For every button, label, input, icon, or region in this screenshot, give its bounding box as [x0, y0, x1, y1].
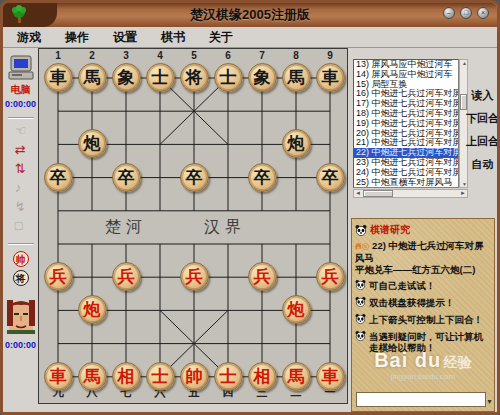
- red-king-badge[interactable]: 帅: [13, 251, 29, 267]
- move-list-item-24[interactable]: 24) 中炮进七兵过河车对屏风马: [354, 168, 458, 178]
- watermark-brand: Bai du: [374, 349, 441, 371]
- scroll-right-arrow[interactable]: ►: [459, 190, 467, 197]
- panda-icon: [355, 297, 366, 307]
- tip-3: 上下箭头可控制上下回合！: [355, 314, 491, 325]
- left-toolbar: 电脑 0:00:00 ☜⇄⇅♪↯□ 帅 将 0:00:00: [3, 49, 38, 415]
- black-king-badge[interactable]: 将: [13, 270, 29, 286]
- undo-hand-icon[interactable]: ☜: [15, 121, 27, 140]
- board-cell: 卒: [245, 161, 279, 194]
- board-cell: 象: [245, 61, 279, 94]
- move-list-item-23[interactable]: 23) 中炮进七兵过河车对屏风马: [354, 158, 458, 168]
- app-window: 楚汉棋缘2005注册版 –□× 游戏操作设置棋书关于 电脑 0:00:00 ☜⇄…: [0, 0, 500, 415]
- board-cell: 車: [313, 61, 347, 94]
- black-piece-c[interactable]: 炮: [78, 129, 107, 158]
- red-piece-R[interactable]: 車: [316, 362, 345, 391]
- board-cell: 士: [143, 61, 177, 94]
- menu-item-2[interactable]: 操作: [61, 28, 93, 47]
- board-cell: 将: [177, 61, 211, 94]
- board-cell: 馬: [279, 61, 313, 94]
- file-label-top-9: 9: [321, 50, 339, 61]
- watermark-url: jingyan.baidu.com: [352, 372, 494, 381]
- file-label-top-1: 1: [49, 50, 67, 61]
- red-piece-A[interactable]: 士: [214, 362, 243, 391]
- black-piece-a[interactable]: 士: [214, 63, 243, 92]
- move-list-item-19[interactable]: 19) 中炮进七兵过河车对屏风马: [354, 119, 458, 129]
- board-cell: 車: [313, 360, 347, 393]
- red-piece-C[interactable]: 炮: [78, 295, 107, 324]
- board-cell: 士: [211, 360, 245, 393]
- black-piece-a[interactable]: 士: [146, 63, 175, 92]
- horizontal-scrollbar[interactable]: ◄ ►: [353, 189, 468, 198]
- title-bar: 楚汉棋缘2005注册版 –□×: [3, 3, 497, 27]
- move-list-item-21[interactable]: 21) 中炮进七兵过河车对屏风马: [354, 138, 458, 148]
- black-piece-k[interactable]: 将: [180, 63, 209, 92]
- board-cell: 兵: [41, 260, 75, 293]
- board-cell: 馬: [75, 61, 109, 94]
- red-piece-N[interactable]: 馬: [78, 362, 107, 391]
- black-piece-b[interactable]: 象: [248, 63, 277, 92]
- file-label-top-3: 3: [117, 50, 135, 61]
- move-list-item-22[interactable]: 22) 中炮进七兵过河车对屏风马: [354, 148, 458, 158]
- board-cell: 馬: [279, 360, 313, 393]
- black-piece-r[interactable]: 車: [316, 63, 345, 92]
- baidu-watermark: Bai du 经验 jingyan.baidu.com: [352, 349, 494, 381]
- control-buttons: 读入 下回合 上回合 自动: [468, 88, 497, 172]
- board-cell: 兵: [245, 260, 279, 293]
- right-panel: 13) 屏风马应中炮过河车14) 屏风马应中炮过河车15) 局型互换16) 中炮…: [348, 48, 497, 415]
- file-label-top-2: 2: [83, 50, 101, 61]
- file-label-top-8: 8: [287, 50, 305, 61]
- black-piece-p[interactable]: 卒: [316, 163, 345, 192]
- move-input-box[interactable]: [356, 392, 486, 407]
- board-cell: 卒: [177, 161, 211, 194]
- red-piece-P[interactable]: 兵: [112, 262, 141, 291]
- board-cell: 帥: [177, 360, 211, 393]
- move-list-item-17[interactable]: 17) 中炮进七兵过河车对屏风马: [354, 99, 458, 109]
- black-piece-p[interactable]: 卒: [180, 163, 209, 192]
- menu-item-5[interactable]: 关于: [205, 28, 237, 47]
- file-label-top-5: 5: [185, 50, 203, 61]
- commentary-header: 棋谱研究: [370, 223, 410, 237]
- piece-grid: 車馬象士将士象馬車炮炮卒卒卒卒卒兵兵兵兵兵炮炮車馬相士帥士相馬車: [41, 61, 347, 393]
- board-cell: 兵: [177, 260, 211, 293]
- red-piece-B[interactable]: 相: [112, 362, 141, 391]
- updown-moves-icon[interactable]: ⇅: [15, 159, 27, 178]
- black-piece-b[interactable]: 象: [112, 63, 141, 92]
- xiangqi-board[interactable]: 123456789 九八七六五四三二一 楚河 汉界 車馬象士将士象馬車炮炮卒卒卒…: [38, 48, 348, 404]
- board-cell: 炮: [279, 293, 313, 326]
- file-label-top-4: 4: [151, 50, 169, 61]
- scroll-left-arrow[interactable]: ◄: [354, 190, 362, 197]
- tip-text: 可自己走试试！: [369, 280, 436, 291]
- lightning-icon[interactable]: ↯: [15, 197, 27, 216]
- board-cell: 車: [41, 360, 75, 393]
- menu-item-4[interactable]: 棋书: [157, 28, 189, 47]
- black-piece-r[interactable]: 車: [44, 63, 73, 92]
- move-list-item-15[interactable]: 15) 局型互换: [354, 80, 458, 90]
- board-cell: 炮: [75, 127, 109, 160]
- black-piece-p[interactable]: 卒: [112, 163, 141, 192]
- tip-1: 可自己走试试！: [355, 280, 491, 291]
- black-piece-n[interactable]: 馬: [282, 63, 311, 92]
- prev-round-button[interactable]: 上回合: [466, 134, 499, 149]
- menu-item-1[interactable]: 游戏: [13, 28, 45, 47]
- opening-move-list[interactable]: 13) 屏风马应中炮过河车14) 屏风马应中炮过河车15) 局型互换16) 中炮…: [353, 59, 459, 188]
- board-cell: 卒: [313, 161, 347, 194]
- board-cell: 卒: [109, 161, 143, 194]
- black-piece-c[interactable]: 炮: [282, 129, 311, 158]
- red-piece-A[interactable]: 士: [146, 362, 175, 391]
- move-list-item-18[interactable]: 18) 中炮进七兵过河车对屏风马: [354, 109, 458, 119]
- panda-icon: [355, 314, 366, 324]
- minimize-button[interactable]: –: [443, 7, 455, 19]
- red-piece-P[interactable]: 兵: [180, 262, 209, 291]
- sound-icon[interactable]: ♪: [15, 178, 27, 197]
- tip-2: 双击棋盘获得提示！: [355, 297, 491, 308]
- computer-label: 电脑: [11, 83, 31, 97]
- board-cell: 兵: [313, 260, 347, 293]
- close-button[interactable]: ×: [477, 7, 489, 19]
- hscroll-thumb[interactable]: [363, 190, 393, 197]
- vscroll-thumb[interactable]: [460, 94, 467, 110]
- board-cell: 兵: [109, 260, 143, 293]
- red-piece-B[interactable]: 相: [248, 362, 277, 391]
- board-cell: 象: [109, 61, 143, 94]
- black-piece-p[interactable]: 卒: [44, 163, 73, 192]
- swap-sides-icon[interactable]: ⇄: [15, 140, 27, 159]
- commentary-panel: 棋谱研究 🔥︎◎ 22) 中炮进七兵过河车对屏风马 平炮兑车——红方五六炮(二)…: [351, 218, 495, 412]
- panda-icon: [355, 225, 367, 236]
- file-label-top-7: 7: [253, 50, 271, 61]
- panda-icon: [355, 331, 366, 341]
- restore-button[interactable]: □: [460, 7, 472, 19]
- flame-icon: 🔥︎◎: [355, 241, 369, 251]
- black-piece-n[interactable]: 馬: [78, 63, 107, 92]
- divider: [8, 243, 34, 245]
- menu-bar: 游戏操作设置棋书关于: [3, 27, 497, 48]
- scroll-up-arrow[interactable]: ▲: [461, 60, 468, 66]
- next-round-button[interactable]: 下回合: [466, 111, 499, 126]
- tips-list: 可自己走试试！双击棋盘获得提示！上下箭头可控制上下回合！当遇到疑问时，可让计算机…: [355, 280, 491, 353]
- black-piece-p[interactable]: 卒: [248, 163, 277, 192]
- red-piece-K[interactable]: 帥: [180, 362, 209, 391]
- divider: [8, 117, 34, 119]
- window-title: 楚汉棋缘2005注册版: [3, 6, 497, 24]
- board-cell: 卒: [41, 161, 75, 194]
- combo-dropdown-arrow[interactable]: ▼: [486, 398, 493, 405]
- commentary-title-line1: 22) 中炮进七兵过河车对屏风马: [355, 240, 483, 263]
- red-piece-N[interactable]: 馬: [282, 362, 311, 391]
- page-icon[interactable]: □: [15, 216, 27, 235]
- auto-button[interactable]: 自动: [472, 157, 494, 172]
- move-list-item-16[interactable]: 16) 中炮进七兵过河车对屏风马: [354, 89, 458, 99]
- move-list-item-14[interactable]: 14) 屏风马应中炮过河车: [354, 70, 458, 80]
- board-cell: 士: [143, 360, 177, 393]
- board-cell: 車: [41, 61, 75, 94]
- commentary-title-line2: 平炮兑车——红方五六炮(二): [355, 264, 475, 275]
- tool-icons: ☜⇄⇅♪↯□: [15, 121, 27, 235]
- tip-text: 上下箭头可控制上下回合！: [369, 314, 483, 325]
- menu-item-3[interactable]: 设置: [109, 28, 141, 47]
- move-list-item-26[interactable]: 26) 中炮直横车对屏风马: [354, 187, 458, 188]
- red-piece-P[interactable]: 兵: [248, 262, 277, 291]
- red-piece-C[interactable]: 炮: [282, 295, 311, 324]
- board-cell: 馬: [75, 360, 109, 393]
- panda-icon: [355, 280, 366, 290]
- file-label-top-6: 6: [219, 50, 237, 61]
- move-list-item-25[interactable]: 25) 中炮直横车对屏风马: [354, 178, 458, 188]
- move-list-item-13[interactable]: 13) 屏风马应中炮过河车: [354, 60, 458, 70]
- player-avatar: [7, 300, 35, 334]
- load-button[interactable]: 读入: [472, 88, 494, 103]
- red-piece-R[interactable]: 車: [44, 362, 73, 391]
- computer-timer: 0:00:00: [5, 99, 36, 109]
- scroll-down-arrow[interactable]: ▼: [461, 181, 468, 187]
- board-cell: 相: [109, 360, 143, 393]
- tip-text: 双击棋盘获得提示！: [369, 297, 455, 308]
- board-cell: 相: [245, 360, 279, 393]
- window-controls: –□×: [443, 7, 489, 19]
- board-cell: 士: [211, 61, 245, 94]
- red-piece-P[interactable]: 兵: [316, 262, 345, 291]
- board-cell: 炮: [279, 127, 313, 160]
- watermark-suffix: 经验: [444, 354, 472, 370]
- board-cell: 炮: [75, 293, 109, 326]
- computer-icon: [8, 55, 34, 81]
- red-piece-P[interactable]: 兵: [44, 262, 73, 291]
- player-timer: 0:00:00: [5, 340, 36, 350]
- move-list-item-20[interactable]: 20) 中炮进七兵过河车对屏风马: [354, 129, 458, 139]
